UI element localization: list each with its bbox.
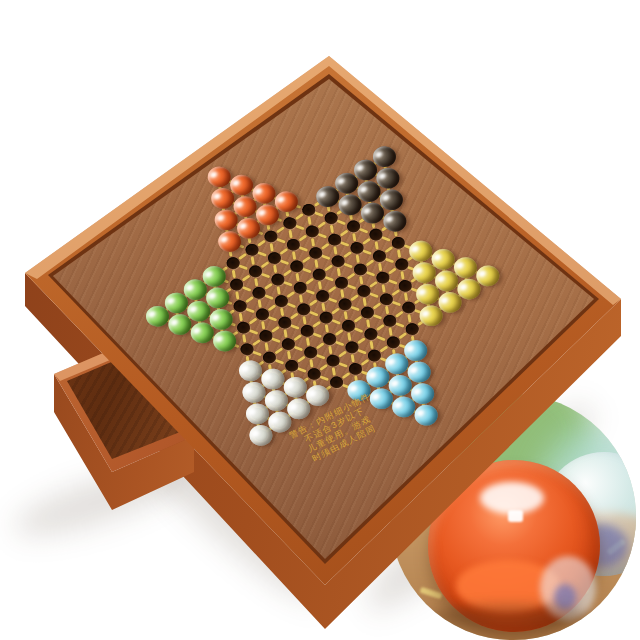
marble-highlight xyxy=(266,394,275,402)
marble-highlight xyxy=(192,326,201,334)
lattice-line xyxy=(258,251,268,257)
lattice-line xyxy=(384,246,393,253)
lattice-line xyxy=(274,347,283,354)
lattice-line xyxy=(317,221,326,228)
marble-highlight xyxy=(410,244,419,252)
marble-specular-dot xyxy=(508,510,523,522)
lattice-line xyxy=(260,261,269,268)
product-photo-scene: 警告：内附细小物件 不适合3岁以下 儿童使用。游戏 时须由成人陪同 xyxy=(0,0,640,640)
lattice-line xyxy=(344,311,348,320)
lattice-line xyxy=(272,337,282,343)
lattice-line xyxy=(324,264,333,271)
lattice-line xyxy=(370,292,380,298)
lattice-line xyxy=(318,281,322,290)
lattice-line xyxy=(329,346,333,355)
lattice-line xyxy=(301,256,310,263)
lattice-line xyxy=(294,213,303,220)
lattice-line xyxy=(270,326,279,333)
marble-highlight xyxy=(340,198,349,206)
lattice-line xyxy=(347,284,357,290)
lattice-line xyxy=(315,259,319,268)
lattice-line xyxy=(244,296,253,303)
marble-highlight xyxy=(185,283,194,291)
lattice-line xyxy=(296,273,300,282)
lattice-line xyxy=(239,313,243,322)
lattice-line xyxy=(289,230,293,239)
lattice-line xyxy=(330,307,339,314)
lattice-line xyxy=(280,259,290,265)
lattice-line xyxy=(404,292,408,301)
lattice-line xyxy=(351,306,361,312)
marble-highlight xyxy=(257,208,266,216)
lattice-line xyxy=(261,273,271,279)
lattice-line xyxy=(242,334,246,343)
marble-highlight xyxy=(307,389,316,397)
marble-highlight xyxy=(359,185,368,193)
lattice-line xyxy=(377,335,387,341)
inset-marble-ground-shadow xyxy=(430,604,590,630)
lattice-line xyxy=(286,291,295,298)
lattice-line xyxy=(279,248,288,255)
lattice-line xyxy=(292,251,296,260)
marble-highlight xyxy=(386,357,395,365)
lattice-line xyxy=(375,241,379,250)
marble-highlight xyxy=(207,291,216,299)
marble-highlight xyxy=(247,407,256,415)
lattice-line xyxy=(397,249,401,258)
marble-highlight xyxy=(240,364,249,372)
lattice-line xyxy=(315,342,324,349)
marble-highlight xyxy=(231,178,240,186)
lattice-line xyxy=(294,345,304,351)
lattice-line xyxy=(296,355,305,362)
lattice-line xyxy=(375,324,384,331)
marble-highlight xyxy=(436,274,445,282)
lattice-line xyxy=(251,339,260,346)
lattice-line xyxy=(291,324,301,330)
lattice-line xyxy=(335,340,345,346)
lattice-line xyxy=(363,249,373,255)
marble-highlight xyxy=(417,288,426,296)
lattice-line xyxy=(310,359,314,368)
marble-highlight xyxy=(433,253,442,261)
lattice-line xyxy=(280,308,284,317)
marble-highlight xyxy=(384,215,393,223)
lattice-line xyxy=(337,268,341,277)
lattice-line xyxy=(389,327,393,336)
lattice-line xyxy=(312,321,321,328)
marble-highlight xyxy=(421,309,430,317)
marble-highlight xyxy=(440,296,449,304)
lattice-line xyxy=(303,316,307,325)
lattice-line xyxy=(297,367,307,373)
lattice-line xyxy=(287,351,291,360)
marble-highlight xyxy=(250,429,259,437)
lattice-line xyxy=(356,254,360,263)
lattice-line xyxy=(378,263,382,272)
lattice-line xyxy=(263,283,272,290)
lattice-line xyxy=(241,274,250,281)
marble-highlight xyxy=(209,170,218,178)
lattice-line xyxy=(332,367,336,376)
lattice-line xyxy=(327,286,336,293)
marble-highlight xyxy=(269,415,278,423)
lattice-line xyxy=(332,319,342,325)
marble-highlight xyxy=(238,222,247,230)
lattice-line xyxy=(316,354,326,360)
lattice-line xyxy=(296,224,306,230)
lattice-line xyxy=(258,299,262,308)
lattice-line xyxy=(261,321,265,330)
lattice-line xyxy=(356,337,365,344)
marble-highlight xyxy=(414,266,423,274)
lattice-line xyxy=(334,329,343,336)
marble-highlight xyxy=(262,372,271,380)
marble-highlight xyxy=(285,381,294,389)
lattice-line xyxy=(249,329,259,335)
lattice-line xyxy=(361,238,370,245)
lattice-line xyxy=(320,375,330,381)
lattice-line xyxy=(392,301,402,307)
lattice-line xyxy=(396,322,406,328)
lattice-line xyxy=(273,264,277,273)
lattice-line xyxy=(306,289,316,295)
lattice-line xyxy=(339,362,349,368)
lattice-line xyxy=(267,304,276,311)
marble-highlight xyxy=(214,334,223,342)
lattice-line xyxy=(253,351,263,357)
lattice-line xyxy=(382,284,386,293)
lattice-line xyxy=(322,302,326,311)
lattice-line xyxy=(349,294,358,301)
lattice-line xyxy=(325,324,329,333)
lattice-line xyxy=(237,253,246,260)
marble-highlight xyxy=(374,150,383,158)
lattice-line xyxy=(320,243,329,250)
lattice-line xyxy=(353,316,362,323)
lattice-line xyxy=(340,289,344,298)
lattice-line xyxy=(305,278,314,285)
lattice-line xyxy=(277,238,287,244)
marble-highlight xyxy=(147,310,156,318)
lattice-line xyxy=(308,299,317,306)
lattice-line xyxy=(275,359,285,365)
lattice-line xyxy=(352,233,356,242)
marble-highlight xyxy=(477,269,486,277)
marble-highlight xyxy=(211,313,220,321)
lattice-line xyxy=(366,319,370,328)
marble-highlight xyxy=(348,384,357,392)
lattice-line xyxy=(385,257,395,263)
lattice-line xyxy=(246,307,256,313)
lattice-line xyxy=(342,251,351,258)
lattice-line xyxy=(282,269,291,276)
lattice-line xyxy=(372,302,381,309)
lattice-line xyxy=(351,354,355,363)
lattice-line xyxy=(398,332,407,339)
lattice-line xyxy=(268,316,278,322)
lattice-line xyxy=(359,228,369,234)
lattice-line xyxy=(325,276,335,282)
marble-highlight xyxy=(409,365,418,373)
lattice-line xyxy=(321,254,331,260)
lattice-line xyxy=(289,312,298,319)
lattice-line xyxy=(277,286,281,295)
lattice-line xyxy=(359,276,363,285)
lattice-line xyxy=(239,264,249,270)
lattice-line xyxy=(337,219,347,225)
marble-highlight xyxy=(367,370,376,378)
marble-highlight xyxy=(458,282,467,290)
marble-highlight xyxy=(204,270,213,278)
lattice-line xyxy=(354,327,364,333)
lattice-line xyxy=(385,306,389,315)
lattice-line xyxy=(265,294,275,300)
marble-highlight xyxy=(412,387,421,395)
lattice-line xyxy=(256,240,265,247)
lattice-line xyxy=(394,311,403,318)
lattice-line xyxy=(293,334,302,341)
lattice-line xyxy=(330,225,334,234)
lattice-line xyxy=(360,359,369,366)
lattice-line xyxy=(314,211,324,217)
lattice-line xyxy=(299,294,303,303)
lattice-line xyxy=(337,350,346,357)
lattice-line xyxy=(313,332,323,338)
lattice-line xyxy=(303,268,313,274)
lattice-line xyxy=(318,364,327,371)
lattice-line xyxy=(346,272,355,279)
lattice-line xyxy=(358,349,368,355)
lattice-line xyxy=(287,302,297,308)
lattice-line xyxy=(366,271,376,277)
lattice-line xyxy=(339,229,348,236)
lattice-line xyxy=(308,216,312,225)
marble-highlight xyxy=(355,163,364,171)
lattice-line xyxy=(248,317,257,324)
marble-highlight xyxy=(212,192,221,200)
lattice-line xyxy=(306,337,310,346)
lattice-line xyxy=(236,291,240,300)
lattice-line xyxy=(389,279,399,285)
lattice-line xyxy=(309,311,319,317)
lattice-line xyxy=(242,286,252,292)
lattice-line xyxy=(408,314,412,323)
marble-highlight xyxy=(455,261,464,269)
lattice-line xyxy=(373,314,383,320)
marble-highlight xyxy=(166,296,175,304)
lattice-line xyxy=(232,270,236,279)
marble-highlight xyxy=(377,172,386,180)
lattice-line xyxy=(347,332,351,341)
marble-highlight xyxy=(219,235,228,243)
lattice-line xyxy=(365,259,374,266)
lattice-line xyxy=(251,256,255,265)
marble-highlight xyxy=(416,409,425,417)
marble-highlight xyxy=(362,206,371,214)
lattice-line xyxy=(391,289,400,296)
lattice-line xyxy=(379,345,388,352)
lattice-line xyxy=(334,246,338,255)
lattice-line xyxy=(254,278,258,287)
lattice-line xyxy=(284,281,294,287)
marble-highlight xyxy=(254,187,263,195)
lattice-line xyxy=(275,226,284,233)
lattice-line xyxy=(298,234,307,241)
marble-highlight xyxy=(381,193,390,201)
lattice-line xyxy=(284,329,288,338)
lattice-line xyxy=(265,342,269,351)
marble-highlight xyxy=(169,318,178,326)
marble-highlight xyxy=(336,177,345,185)
marble-highlight xyxy=(288,402,297,410)
marble-highlight xyxy=(243,386,252,394)
marble-highlight xyxy=(276,195,285,203)
lattice-line xyxy=(340,241,350,247)
lattice-line xyxy=(368,281,377,288)
lattice-line xyxy=(382,236,392,242)
marble-highlight xyxy=(317,190,326,198)
lattice-line xyxy=(370,341,374,350)
lattice-line xyxy=(311,238,315,247)
lattice-line xyxy=(387,267,396,274)
lattice-line xyxy=(270,243,274,252)
lattice-line xyxy=(299,246,309,252)
lattice-line xyxy=(344,262,354,268)
lattice-line xyxy=(318,233,328,239)
marble-highlight xyxy=(216,213,225,221)
lattice-line xyxy=(341,372,350,379)
lattice-line xyxy=(401,271,405,280)
lattice-line xyxy=(363,297,367,306)
marble-highlight xyxy=(405,344,414,352)
marble-highlight xyxy=(188,305,197,313)
marble-highlight xyxy=(235,200,244,208)
lattice-line xyxy=(328,297,338,303)
